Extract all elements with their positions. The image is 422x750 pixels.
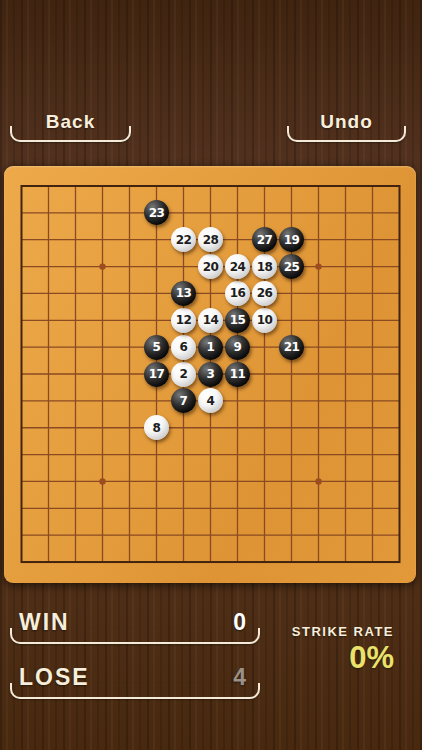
- star-point: [315, 478, 321, 484]
- stone-white-2: 2: [171, 362, 196, 387]
- app-screen: Back Undo 123456789101112131415161718192…: [0, 0, 422, 750]
- stone-white-6: 6: [171, 335, 196, 360]
- undo-button-bracket: [287, 126, 406, 142]
- stone-black-3: 3: [198, 362, 223, 387]
- stone-white-16: 16: [225, 281, 250, 306]
- stone-white-10: 10: [252, 308, 277, 333]
- stone-white-20: 20: [198, 254, 223, 279]
- strike-rate-value: 0%: [214, 642, 394, 673]
- stone-black-15: 15: [225, 308, 250, 333]
- lose-bracket: [10, 683, 260, 699]
- stone-black-21: 21: [279, 335, 304, 360]
- stone-black-13: 13: [171, 281, 196, 306]
- undo-button[interactable]: Undo: [287, 111, 406, 142]
- strike-rate: STRIKE RATE 0%: [214, 624, 394, 673]
- back-button[interactable]: Back: [10, 111, 131, 142]
- stone-white-14: 14: [198, 308, 223, 333]
- stone-black-11: 11: [225, 362, 250, 387]
- stone-black-1: 1: [198, 335, 223, 360]
- strike-rate-label: STRIKE RATE: [214, 624, 394, 639]
- stone-white-12: 12: [171, 308, 196, 333]
- stone-black-25: 25: [279, 254, 304, 279]
- back-button-bracket: [10, 126, 131, 142]
- stone-black-5: 5: [144, 335, 169, 360]
- goban-board[interactable]: 1234567891011121314151617181920212223242…: [4, 166, 416, 583]
- stone-black-17: 17: [144, 362, 169, 387]
- stone-black-9: 9: [225, 335, 250, 360]
- stone-white-18: 18: [252, 254, 277, 279]
- star-point: [315, 263, 321, 269]
- star-point: [99, 478, 105, 484]
- stone-white-24: 24: [225, 254, 250, 279]
- star-point: [99, 263, 105, 269]
- stone-white-26: 26: [252, 281, 277, 306]
